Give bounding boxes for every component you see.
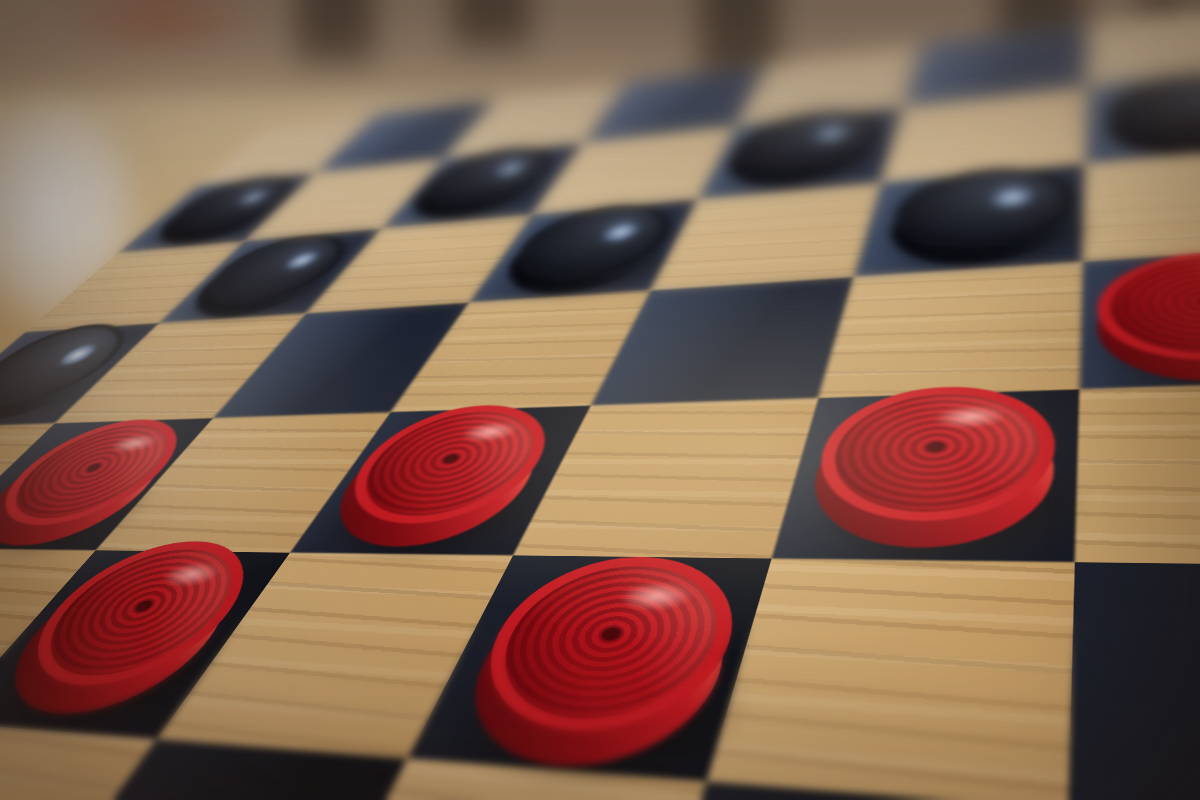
- red-checker[interactable]: [799, 399, 1057, 542]
- square-f3[interactable]: [707, 559, 1075, 800]
- square-f5[interactable]: [818, 262, 1082, 398]
- board-perspective-wrapper: [0, 0, 1200, 800]
- red-checker[interactable]: [1097, 258, 1200, 380]
- red-checker[interactable]: [441, 575, 748, 767]
- square-f4[interactable]: [772, 389, 1080, 562]
- photo-scene: [0, 0, 1200, 800]
- black-checker[interactable]: [881, 171, 1075, 266]
- background-red-object: [20, 0, 300, 65]
- square-g3[interactable]: [1068, 562, 1200, 800]
- square-g5[interactable]: [1079, 244, 1200, 389]
- checkers-board: [0, 0, 1200, 800]
- square-g4[interactable]: [1075, 379, 1200, 566]
- black-checker[interactable]: [1107, 72, 1200, 157]
